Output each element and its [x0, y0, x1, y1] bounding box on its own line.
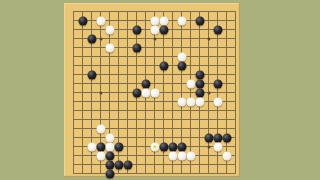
go-board[interactable]	[64, 3, 240, 177]
star-point	[207, 145, 210, 148]
white-stone	[186, 97, 195, 106]
black-stone	[168, 142, 177, 151]
grid-line	[73, 173, 236, 174]
black-stone	[114, 142, 123, 151]
black-stone	[87, 34, 96, 43]
black-stone	[105, 151, 114, 160]
star-point	[207, 91, 210, 94]
grid-line	[235, 11, 236, 174]
grid-line	[226, 11, 227, 174]
black-stone	[195, 79, 204, 88]
white-stone	[150, 25, 159, 34]
star-point	[207, 37, 210, 40]
black-stone	[132, 25, 141, 34]
black-stone	[159, 25, 168, 34]
white-stone	[105, 43, 114, 52]
black-stone	[195, 88, 204, 97]
black-stone	[213, 133, 222, 142]
black-stone	[141, 79, 150, 88]
white-stone	[195, 97, 204, 106]
black-stone	[78, 16, 87, 25]
white-stone	[150, 88, 159, 97]
black-stone	[159, 61, 168, 70]
white-stone	[222, 151, 231, 160]
black-stone	[87, 70, 96, 79]
white-stone	[150, 16, 159, 25]
grid-line	[73, 164, 236, 165]
white-stone	[96, 124, 105, 133]
white-stone	[177, 52, 186, 61]
black-stone	[159, 142, 168, 151]
grid-line	[73, 110, 236, 111]
white-stone	[168, 151, 177, 160]
star-point	[153, 37, 156, 40]
black-stone	[195, 16, 204, 25]
black-stone	[96, 142, 105, 151]
black-stone	[222, 133, 231, 142]
grid-line	[190, 11, 191, 174]
white-stone	[141, 88, 150, 97]
white-stone	[159, 16, 168, 25]
white-stone	[186, 151, 195, 160]
black-stone	[114, 160, 123, 169]
white-stone	[105, 25, 114, 34]
black-stone	[132, 88, 141, 97]
black-stone	[177, 142, 186, 151]
star-point	[99, 91, 102, 94]
white-stone	[177, 97, 186, 106]
white-stone	[213, 97, 222, 106]
white-stone	[87, 142, 96, 151]
black-stone	[213, 25, 222, 34]
black-stone	[195, 70, 204, 79]
white-stone	[96, 16, 105, 25]
grid-line	[73, 101, 236, 102]
black-stone	[213, 79, 222, 88]
grid-line	[73, 119, 236, 120]
game-screen	[0, 0, 320, 180]
last-move-marker	[153, 145, 157, 149]
white-stone	[213, 142, 222, 151]
star-point	[99, 37, 102, 40]
black-stone	[105, 160, 114, 169]
white-stone	[105, 142, 114, 151]
black-stone	[177, 61, 186, 70]
white-stone	[105, 133, 114, 142]
white-stone	[186, 79, 195, 88]
black-stone	[123, 160, 132, 169]
black-stone	[204, 133, 213, 142]
white-stone	[96, 151, 105, 160]
black-stone	[132, 43, 141, 52]
white-stone	[177, 16, 186, 25]
white-stone	[177, 151, 186, 160]
black-stone	[105, 169, 114, 178]
